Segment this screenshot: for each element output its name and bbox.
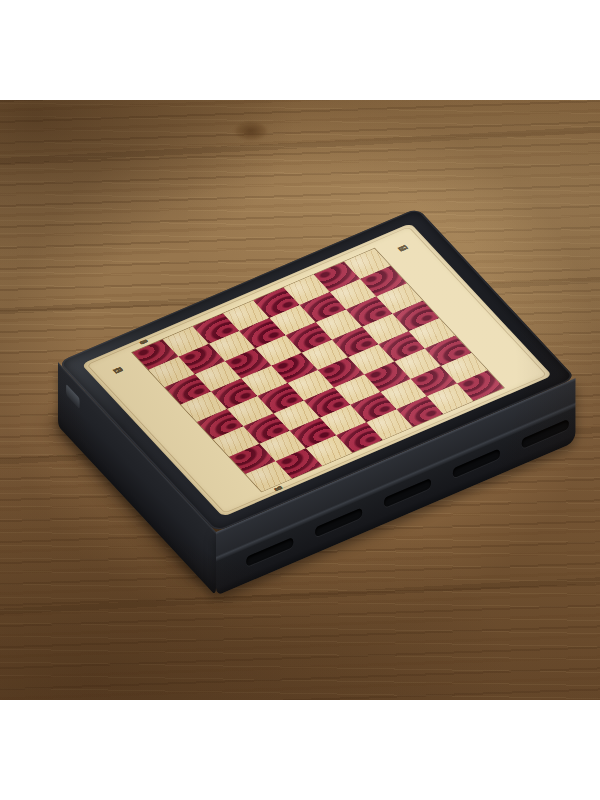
square-E7	[211, 379, 257, 409]
file-label-4: 4	[125, 333, 162, 353]
file-label-5: 5	[260, 478, 297, 498]
square-C2	[395, 349, 441, 379]
chess-box: HGFEDCBA HGFEDCBA 87654321 87654321	[58, 208, 576, 532]
square-E5	[272, 353, 318, 383]
square-A3	[397, 396, 443, 426]
rank-label-h: H	[87, 352, 147, 388]
box-left-wall	[58, 362, 216, 596]
product-photo: HGFEDCBA HGFEDCBA 87654321 87654321	[0, 0, 600, 800]
rank-label-c: C	[373, 230, 433, 266]
square-C4	[334, 375, 380, 405]
square-C3	[364, 362, 410, 392]
square-C6	[274, 400, 320, 430]
square-E4	[302, 340, 348, 370]
rank-labels-left: HGFEDCBA	[87, 352, 260, 510]
file-label-1: 1	[125, 333, 162, 353]
square-F3	[316, 309, 362, 339]
square-G4	[270, 305, 316, 335]
square-H5	[223, 301, 269, 331]
rank-label-b: B	[373, 230, 433, 266]
square-E8	[181, 392, 227, 422]
square-B1	[441, 353, 487, 383]
box-vent-slot	[246, 537, 293, 567]
file-label-4: 4	[260, 478, 297, 498]
square-E2	[362, 314, 408, 344]
square-A6	[306, 435, 352, 465]
square-E1	[393, 301, 439, 331]
square-H8	[132, 339, 178, 369]
wood-table: HGFEDCBA HGFEDCBA 87654321 87654321	[0, 100, 600, 700]
square-D5	[288, 370, 334, 400]
square-H4	[253, 288, 299, 318]
file-label-2: 2	[260, 478, 297, 498]
square-D3	[348, 344, 394, 374]
square-B2	[411, 366, 457, 396]
square-B4	[350, 392, 396, 422]
rank-label-a: A	[87, 352, 147, 388]
wood-knot	[228, 118, 274, 144]
square-A7	[276, 448, 322, 478]
rank-label-f: F	[87, 352, 147, 388]
square-A8	[246, 461, 292, 491]
file-label-6: 6	[260, 478, 297, 498]
square-H3	[284, 275, 330, 305]
square-H6	[193, 313, 239, 343]
rank-label-d: D	[373, 230, 433, 266]
square-C1	[425, 336, 471, 366]
square-F6	[225, 348, 271, 378]
square-G7	[179, 344, 225, 374]
file-label-3: 3	[260, 478, 297, 498]
file-label-8: 8	[125, 333, 162, 353]
square-F2	[346, 296, 392, 326]
square-B8	[229, 444, 275, 474]
square-H7	[163, 326, 209, 356]
box-right-wall	[216, 378, 576, 596]
board-grid	[131, 248, 505, 492]
square-G3	[300, 292, 346, 322]
square-A4	[367, 409, 413, 439]
square-D2	[379, 331, 425, 361]
box-vent-slot	[384, 478, 431, 508]
square-H1	[344, 249, 390, 279]
square-G5	[239, 318, 285, 348]
square-D6	[258, 383, 304, 413]
rank-label-h: H	[373, 230, 433, 266]
square-F5	[255, 335, 301, 365]
rank-label-g: G	[87, 352, 147, 388]
box-vent-slot	[453, 448, 500, 478]
box-shadow	[46, 266, 564, 590]
file-label-2: 2	[125, 333, 162, 353]
square-F8	[165, 374, 211, 404]
rank-labels-right: HGFEDCBA	[373, 230, 546, 388]
square-D8	[197, 409, 243, 439]
rank-label-c: C	[87, 352, 147, 388]
rank-label-f: F	[373, 230, 433, 266]
rank-label-b: B	[87, 352, 147, 388]
file-label-5: 5	[125, 333, 162, 353]
square-B6	[290, 418, 336, 448]
rank-label-d: D	[87, 352, 147, 388]
square-D4	[318, 357, 364, 387]
square-G8	[149, 357, 195, 387]
square-C5	[304, 387, 350, 417]
square-B7	[260, 431, 306, 461]
square-C8	[213, 426, 259, 456]
file-labels-bottom: 87654321	[260, 388, 508, 498]
box-vent-slot	[315, 507, 362, 537]
file-label-1: 1	[260, 478, 297, 498]
file-label-6: 6	[125, 333, 162, 353]
square-D7	[227, 396, 273, 426]
square-F4	[286, 322, 332, 352]
square-F7	[195, 361, 241, 391]
rank-label-a: A	[373, 230, 433, 266]
square-G6	[209, 331, 255, 361]
square-H2	[314, 262, 360, 292]
square-G2	[330, 279, 376, 309]
square-C7	[243, 413, 289, 443]
square-A2	[427, 383, 473, 413]
file-label-7: 7	[125, 333, 162, 353]
square-B5	[320, 405, 366, 435]
file-label-7: 7	[260, 478, 297, 498]
square-B3	[381, 379, 427, 409]
square-A1	[457, 370, 503, 400]
square-D1	[409, 318, 455, 348]
rank-label-g: G	[373, 230, 433, 266]
box-vent-slot	[522, 419, 569, 449]
square-A5	[336, 422, 382, 452]
square-E6	[241, 366, 287, 396]
box-latch	[66, 384, 79, 409]
square-F1	[376, 283, 422, 313]
file-labels-top: 87654321	[125, 242, 373, 352]
square-E3	[332, 327, 378, 357]
file-label-3: 3	[125, 333, 162, 353]
square-G1	[360, 266, 406, 296]
file-label-8: 8	[260, 478, 297, 498]
rank-label-e: E	[373, 230, 433, 266]
chess-board: HGFEDCBA HGFEDCBA 87654321 87654321	[81, 223, 552, 517]
rank-label-e: E	[87, 352, 147, 388]
